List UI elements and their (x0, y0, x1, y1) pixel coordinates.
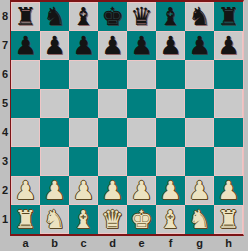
chess-board: ♜♞♝♚♛♝♞♜♟♟♟♟♟♟♟♟♟♟♟♟♟♟♟♟♜♞♝♛♚♝♞♜ (11, 2, 243, 234)
square-f3[interactable] (156, 147, 185, 176)
square-b7[interactable]: ♟ (40, 31, 69, 60)
white-knight-icon: ♞ (188, 205, 210, 234)
rank-labels: 8 7 6 5 4 3 2 1 (0, 2, 10, 234)
square-e5[interactable] (127, 89, 156, 118)
square-c3[interactable] (69, 147, 98, 176)
square-d6[interactable] (98, 60, 127, 89)
black-knight-icon: ♞ (188, 2, 210, 31)
square-c8[interactable]: ♝ (69, 2, 98, 31)
white-pawn-icon: ♟ (217, 176, 239, 205)
file-label-d: d (98, 237, 127, 250)
file-label-b: b (40, 237, 69, 250)
square-f1[interactable]: ♝ (156, 205, 185, 234)
square-e7[interactable]: ♟ (127, 31, 156, 60)
square-a6[interactable] (11, 60, 40, 89)
black-pawn-icon: ♟ (43, 31, 65, 60)
square-f2[interactable]: ♟ (156, 176, 185, 205)
white-pawn-icon: ♟ (14, 176, 36, 205)
square-c7[interactable]: ♟ (69, 31, 98, 60)
file-label-f: f (156, 237, 185, 250)
rank-label-3: 3 (0, 147, 10, 176)
square-f4[interactable] (156, 118, 185, 147)
black-pawn-icon: ♟ (101, 31, 123, 60)
white-king-icon: ♚ (130, 205, 152, 234)
square-g4[interactable] (185, 118, 214, 147)
square-b1[interactable]: ♞ (40, 205, 69, 234)
square-b2[interactable]: ♟ (40, 176, 69, 205)
black-pawn-icon: ♟ (217, 31, 239, 60)
white-pawn-icon: ♟ (159, 176, 181, 205)
square-d1[interactable]: ♛ (98, 205, 127, 234)
square-h8[interactable]: ♜ (214, 2, 243, 31)
square-g7[interactable]: ♟ (185, 31, 214, 60)
square-a5[interactable] (11, 89, 40, 118)
rank-label-5: 5 (0, 89, 10, 118)
square-d4[interactable] (98, 118, 127, 147)
file-label-h: h (214, 237, 243, 250)
square-d3[interactable] (98, 147, 127, 176)
square-e2[interactable]: ♟ (127, 176, 156, 205)
white-rook-icon: ♜ (14, 205, 36, 234)
square-c6[interactable] (69, 60, 98, 89)
square-c1[interactable]: ♝ (69, 205, 98, 234)
white-pawn-icon: ♟ (72, 176, 94, 205)
square-e4[interactable] (127, 118, 156, 147)
white-pawn-icon: ♟ (43, 176, 65, 205)
square-h2[interactable]: ♟ (214, 176, 243, 205)
square-g2[interactable]: ♟ (185, 176, 214, 205)
rank-label-6: 6 (0, 60, 10, 89)
square-e6[interactable] (127, 60, 156, 89)
black-king-icon: ♚ (101, 2, 123, 31)
square-g8[interactable]: ♞ (185, 2, 214, 31)
square-h6[interactable] (214, 60, 243, 89)
black-pawn-icon: ♟ (159, 31, 181, 60)
file-label-c: c (69, 237, 98, 250)
square-g6[interactable] (185, 60, 214, 89)
white-pawn-icon: ♟ (130, 176, 152, 205)
square-c4[interactable] (69, 118, 98, 147)
white-bishop-icon: ♝ (72, 205, 94, 234)
rank-label-7: 7 (0, 31, 10, 60)
square-b5[interactable] (40, 89, 69, 118)
square-a4[interactable] (11, 118, 40, 147)
square-a3[interactable] (11, 147, 40, 176)
black-bishop-icon: ♝ (72, 2, 94, 31)
square-c5[interactable] (69, 89, 98, 118)
white-bishop-icon: ♝ (159, 205, 181, 234)
square-d2[interactable]: ♟ (98, 176, 127, 205)
square-b8[interactable]: ♞ (40, 2, 69, 31)
file-label-a: a (11, 237, 40, 250)
black-pawn-icon: ♟ (188, 31, 210, 60)
square-e8[interactable]: ♛ (127, 2, 156, 31)
square-e1[interactable]: ♚ (127, 205, 156, 234)
file-label-g: g (185, 237, 214, 250)
rank-label-4: 4 (0, 118, 10, 147)
square-a2[interactable]: ♟ (11, 176, 40, 205)
file-labels: a b c d e f g h (11, 237, 243, 250)
square-e3[interactable] (127, 147, 156, 176)
square-f6[interactable] (156, 60, 185, 89)
black-pawn-icon: ♟ (72, 31, 94, 60)
white-pawn-icon: ♟ (101, 176, 123, 205)
black-rook-icon: ♜ (217, 2, 239, 31)
white-queen-icon: ♛ (101, 205, 123, 234)
square-b4[interactable] (40, 118, 69, 147)
square-c2[interactable]: ♟ (69, 176, 98, 205)
black-pawn-icon: ♟ (14, 31, 36, 60)
square-h3[interactable] (214, 147, 243, 176)
black-bishop-icon: ♝ (159, 2, 181, 31)
white-knight-icon: ♞ (43, 205, 65, 234)
square-d8[interactable]: ♚ (98, 2, 127, 31)
square-d5[interactable] (98, 89, 127, 118)
white-pawn-icon: ♟ (188, 176, 210, 205)
square-d7[interactable]: ♟ (98, 31, 127, 60)
square-f8[interactable]: ♝ (156, 2, 185, 31)
square-h1[interactable]: ♜ (214, 205, 243, 234)
square-g1[interactable]: ♞ (185, 205, 214, 234)
square-a1[interactable]: ♜ (11, 205, 40, 234)
square-a8[interactable]: ♜ (11, 2, 40, 31)
rank-label-8: 8 (0, 2, 10, 31)
black-knight-icon: ♞ (43, 2, 65, 31)
square-h5[interactable] (214, 89, 243, 118)
rank-label-2: 2 (0, 176, 10, 205)
rank-label-1: 1 (0, 205, 10, 234)
chess-app-window: 8 7 6 5 4 3 2 1 ♜♞♝♚♛♝♞♜♟♟♟♟♟♟♟♟♟♟♟♟♟♟♟♟… (0, 0, 248, 251)
black-queen-icon: ♛ (130, 2, 152, 31)
square-g5[interactable] (185, 89, 214, 118)
square-a7[interactable]: ♟ (11, 31, 40, 60)
file-label-e: e (127, 237, 156, 250)
black-rook-icon: ♜ (14, 2, 36, 31)
white-rook-icon: ♜ (217, 205, 239, 234)
square-b3[interactable] (40, 147, 69, 176)
square-h4[interactable] (214, 118, 243, 147)
black-pawn-icon: ♟ (130, 31, 152, 60)
square-b6[interactable] (40, 60, 69, 89)
square-h7[interactable]: ♟ (214, 31, 243, 60)
square-g3[interactable] (185, 147, 214, 176)
square-f7[interactable]: ♟ (156, 31, 185, 60)
board-frame: ♜♞♝♚♛♝♞♜♟♟♟♟♟♟♟♟♟♟♟♟♟♟♟♟♜♞♝♛♚♝♞♜ (10, 0, 244, 236)
square-f5[interactable] (156, 89, 185, 118)
